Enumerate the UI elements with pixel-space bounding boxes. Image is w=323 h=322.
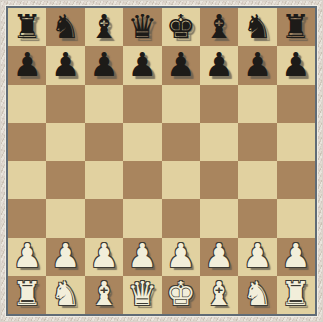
piece-white-pawn[interactable]: ♟ [128, 239, 158, 272]
piece-black-pawn[interactable]: ♟ [12, 48, 42, 81]
square-f5[interactable] [200, 123, 238, 161]
square-a2[interactable]: ♟ [8, 238, 46, 276]
square-e8[interactable]: ♚ [162, 8, 200, 46]
square-c5[interactable] [85, 123, 123, 161]
square-e6[interactable] [162, 85, 200, 123]
square-e5[interactable] [162, 123, 200, 161]
piece-white-knight[interactable]: ♞ [51, 277, 81, 310]
square-c7[interactable]: ♟ [85, 46, 123, 84]
square-b6[interactable] [46, 85, 84, 123]
square-f7[interactable]: ♟ [200, 46, 238, 84]
square-h4[interactable] [277, 161, 315, 199]
square-e7[interactable]: ♟ [162, 46, 200, 84]
piece-white-pawn[interactable]: ♟ [243, 239, 273, 272]
square-a5[interactable] [8, 123, 46, 161]
square-b8[interactable]: ♞ [46, 8, 84, 46]
square-d5[interactable] [123, 123, 161, 161]
square-b5[interactable] [46, 123, 84, 161]
piece-white-bishop[interactable]: ♝ [204, 277, 234, 310]
square-f8[interactable]: ♝ [200, 8, 238, 46]
square-g7[interactable]: ♟ [238, 46, 276, 84]
square-g6[interactable] [238, 85, 276, 123]
square-f3[interactable] [200, 199, 238, 237]
square-d3[interactable] [123, 199, 161, 237]
square-a3[interactable] [8, 199, 46, 237]
square-f2[interactable]: ♟ [200, 238, 238, 276]
square-h2[interactable]: ♟ [277, 238, 315, 276]
square-d8[interactable]: ♛ [123, 8, 161, 46]
square-e3[interactable] [162, 199, 200, 237]
piece-black-king[interactable]: ♚ [166, 10, 196, 43]
square-a8[interactable]: ♜ [8, 8, 46, 46]
piece-white-queen[interactable]: ♛ [128, 277, 158, 310]
piece-black-bishop[interactable]: ♝ [89, 10, 119, 43]
piece-black-pawn[interactable]: ♟ [204, 48, 234, 81]
square-a6[interactable] [8, 85, 46, 123]
square-f6[interactable] [200, 85, 238, 123]
piece-white-pawn[interactable]: ♟ [12, 239, 42, 272]
square-d2[interactable]: ♟ [123, 238, 161, 276]
piece-black-rook[interactable]: ♜ [281, 10, 311, 43]
piece-black-pawn[interactable]: ♟ [89, 48, 119, 81]
piece-white-rook[interactable]: ♜ [281, 277, 311, 310]
piece-white-pawn[interactable]: ♟ [51, 239, 81, 272]
square-d6[interactable] [123, 85, 161, 123]
square-d4[interactable] [123, 161, 161, 199]
piece-black-queen[interactable]: ♛ [128, 10, 158, 43]
square-c6[interactable] [85, 85, 123, 123]
piece-black-rook[interactable]: ♜ [12, 10, 42, 43]
piece-black-pawn[interactable]: ♟ [51, 48, 81, 81]
square-g5[interactable] [238, 123, 276, 161]
square-b3[interactable] [46, 199, 84, 237]
square-d7[interactable]: ♟ [123, 46, 161, 84]
square-b4[interactable] [46, 161, 84, 199]
piece-black-pawn[interactable]: ♟ [166, 48, 196, 81]
piece-black-bishop[interactable]: ♝ [204, 10, 234, 43]
piece-white-pawn[interactable]: ♟ [281, 239, 311, 272]
board-inner-border: ♜♞♝♛♚♝♞♜♟♟♟♟♟♟♟♟♟♟♟♟♟♟♟♟♜♞♝♛♚♝♞♜ [6, 6, 317, 316]
piece-black-knight[interactable]: ♞ [243, 10, 273, 43]
square-e1[interactable]: ♚ [162, 276, 200, 314]
square-h5[interactable] [277, 123, 315, 161]
square-c2[interactable]: ♟ [85, 238, 123, 276]
square-f4[interactable] [200, 161, 238, 199]
square-g1[interactable]: ♞ [238, 276, 276, 314]
piece-white-bishop[interactable]: ♝ [89, 277, 119, 310]
piece-white-rook[interactable]: ♜ [12, 277, 42, 310]
square-b7[interactable]: ♟ [46, 46, 84, 84]
square-c3[interactable] [85, 199, 123, 237]
square-h7[interactable]: ♟ [277, 46, 315, 84]
square-g3[interactable] [238, 199, 276, 237]
square-a4[interactable] [8, 161, 46, 199]
piece-white-pawn[interactable]: ♟ [89, 239, 119, 272]
square-c8[interactable]: ♝ [85, 8, 123, 46]
square-c1[interactable]: ♝ [85, 276, 123, 314]
square-e2[interactable]: ♟ [162, 238, 200, 276]
square-e4[interactable] [162, 161, 200, 199]
piece-black-knight[interactable]: ♞ [51, 10, 81, 43]
piece-black-pawn[interactable]: ♟ [281, 48, 311, 81]
square-h8[interactable]: ♜ [277, 8, 315, 46]
square-b2[interactable]: ♟ [46, 238, 84, 276]
piece-white-king[interactable]: ♚ [166, 277, 196, 310]
board-frame: ♜♞♝♛♚♝♞♜♟♟♟♟♟♟♟♟♟♟♟♟♟♟♟♟♜♞♝♛♚♝♞♜ [0, 0, 323, 322]
square-a1[interactable]: ♜ [8, 276, 46, 314]
piece-black-pawn[interactable]: ♟ [128, 48, 158, 81]
square-g8[interactable]: ♞ [238, 8, 276, 46]
square-h1[interactable]: ♜ [277, 276, 315, 314]
square-h3[interactable] [277, 199, 315, 237]
square-h6[interactable] [277, 85, 315, 123]
square-g2[interactable]: ♟ [238, 238, 276, 276]
square-b1[interactable]: ♞ [46, 276, 84, 314]
square-f1[interactable]: ♝ [200, 276, 238, 314]
square-d1[interactable]: ♛ [123, 276, 161, 314]
piece-white-pawn[interactable]: ♟ [166, 239, 196, 272]
square-c4[interactable] [85, 161, 123, 199]
piece-white-knight[interactable]: ♞ [243, 277, 273, 310]
square-a7[interactable]: ♟ [8, 46, 46, 84]
piece-white-pawn[interactable]: ♟ [204, 239, 234, 272]
chess-board[interactable]: ♜♞♝♛♚♝♞♜♟♟♟♟♟♟♟♟♟♟♟♟♟♟♟♟♜♞♝♛♚♝♞♜ [8, 8, 315, 314]
piece-black-pawn[interactable]: ♟ [243, 48, 273, 81]
square-g4[interactable] [238, 161, 276, 199]
